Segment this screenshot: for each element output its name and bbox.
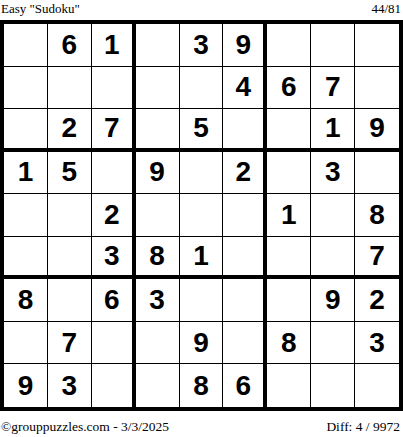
cell-r1c4[interactable] [136,24,180,67]
cell-r8c7: 8 [267,322,311,365]
cell-r4c6: 2 [223,152,267,195]
cell-r5c4[interactable] [136,194,180,237]
cell-r7c6[interactable] [223,279,267,322]
cell-r1c2: 6 [48,24,92,67]
cell-r6c9: 7 [355,237,399,280]
cell-r7c3: 6 [92,279,136,322]
cell-r1c6: 9 [223,24,267,67]
cell-r8c6[interactable] [223,322,267,365]
cell-r4c4: 9 [136,152,180,195]
cell-r9c1: 9 [4,364,48,407]
cell-r7c2[interactable] [48,279,92,322]
cell-r9c8[interactable] [311,364,355,407]
cell-r7c1: 8 [4,279,48,322]
sudoku-board: 6139467275191592321838178639279839386 [0,20,403,411]
cell-r9c4[interactable] [136,364,180,407]
cell-r5c2[interactable] [48,194,92,237]
cell-r5c9: 8 [355,194,399,237]
cell-r4c1: 1 [4,152,48,195]
cell-r8c8[interactable] [311,322,355,365]
cell-r3c5: 5 [180,109,224,152]
cell-r2c5[interactable] [180,67,224,110]
cell-r8c4[interactable] [136,322,180,365]
cell-r5c3: 2 [92,194,136,237]
cell-r6c8[interactable] [311,237,355,280]
cell-r2c9[interactable] [355,67,399,110]
cell-r9c3[interactable] [92,364,136,407]
cell-r4c5[interactable] [180,152,224,195]
copyright-text: ©grouppuzzles.com - 3/3/2025 [1,419,169,435]
cell-r1c1[interactable] [4,24,48,67]
cell-r2c6: 4 [223,67,267,110]
cell-r3c1[interactable] [4,109,48,152]
cell-r8c1[interactable] [4,322,48,365]
cell-r2c8: 7 [311,67,355,110]
cell-r3c2: 2 [48,109,92,152]
remaining-counter: 44/81 [371,1,401,17]
cell-r1c7[interactable] [267,24,311,67]
page-footer: ©grouppuzzles.com - 3/3/2025 Diff: 4 / 9… [0,419,403,435]
cell-r1c5: 3 [180,24,224,67]
puzzle-title: Easy "Sudoku" [1,1,80,17]
cell-r9c9[interactable] [355,364,399,407]
cell-r2c4[interactable] [136,67,180,110]
cell-r9c2: 3 [48,364,92,407]
cell-r2c7: 6 [267,67,311,110]
cell-r5c1[interactable] [4,194,48,237]
cell-r6c2[interactable] [48,237,92,280]
cell-r1c9[interactable] [355,24,399,67]
cell-r5c5[interactable] [180,194,224,237]
cell-r5c7: 1 [267,194,311,237]
cell-r7c4: 3 [136,279,180,322]
cell-r4c2: 5 [48,152,92,195]
cell-r4c7[interactable] [267,152,311,195]
cell-r9c7[interactable] [267,364,311,407]
cell-r3c9: 9 [355,109,399,152]
cell-r6c7[interactable] [267,237,311,280]
cell-r6c4: 8 [136,237,180,280]
cell-r6c6[interactable] [223,237,267,280]
cell-r7c8: 9 [311,279,355,322]
cell-r6c1[interactable] [4,237,48,280]
cell-r6c3: 3 [92,237,136,280]
cell-r1c8[interactable] [311,24,355,67]
cell-r8c5: 9 [180,322,224,365]
cell-r7c5[interactable] [180,279,224,322]
cell-r2c3[interactable] [92,67,136,110]
cell-r8c2: 7 [48,322,92,365]
cell-r4c8: 3 [311,152,355,195]
page-header: Easy "Sudoku" 44/81 [0,0,403,20]
cell-r8c9: 3 [355,322,399,365]
cell-r9c6: 6 [223,364,267,407]
difficulty-text: Diff: 4 / 9972 [326,419,400,435]
cell-r8c3[interactable] [92,322,136,365]
cell-r3c7[interactable] [267,109,311,152]
cell-r2c2[interactable] [48,67,92,110]
cell-r5c8[interactable] [311,194,355,237]
cell-r4c3[interactable] [92,152,136,195]
cell-r7c7[interactable] [267,279,311,322]
cell-r9c5: 8 [180,364,224,407]
cell-r3c6[interactable] [223,109,267,152]
cell-r2c1[interactable] [4,67,48,110]
cell-r5c6[interactable] [223,194,267,237]
cell-r3c4[interactable] [136,109,180,152]
cell-r7c9: 2 [355,279,399,322]
cell-r4c9[interactable] [355,152,399,195]
cell-r3c3: 7 [92,109,136,152]
cell-r6c5: 1 [180,237,224,280]
cell-r3c8: 1 [311,109,355,152]
cell-r1c3: 1 [92,24,136,67]
